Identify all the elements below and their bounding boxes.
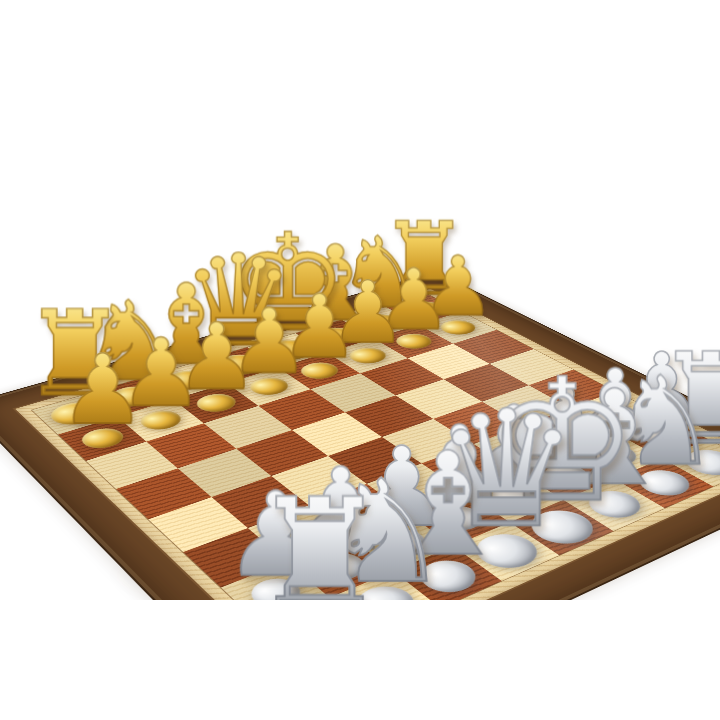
bottom-white-crop: [0, 600, 720, 720]
pawn-glyph: ♟: [0, 342, 222, 438]
photo-canvas: ♜♞♝♛♚♝♞♜♟♟♟♟♟♟♟♟♟♟♟♟♟♟♟♟♜♞♝♛♚♝♞♜: [0, 0, 720, 720]
